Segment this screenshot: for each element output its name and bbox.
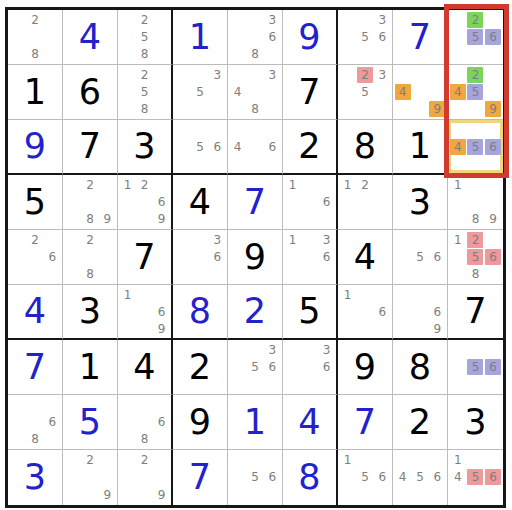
candidate-slot-5 xyxy=(136,469,153,487)
cell-r3c5[interactable]: 46 xyxy=(228,120,283,175)
cell-r8c5[interactable]: 1 xyxy=(228,395,283,450)
candidate-5-purple[interactable]: 5 xyxy=(467,29,483,45)
candidate-6-pink[interactable]: 6 xyxy=(485,249,501,265)
candidate-6-purple[interactable]: 6 xyxy=(485,359,501,375)
candidate-slot-7 xyxy=(394,320,411,337)
candidate-5-purple[interactable]: 5 xyxy=(467,139,483,155)
cell-r4c4[interactable]: 4 xyxy=(173,175,228,230)
cell-r7c3[interactable]: 4 xyxy=(118,340,173,395)
cell-r6c1[interactable]: 4 xyxy=(8,285,63,340)
candidate-slot-8 xyxy=(301,211,318,228)
cell-r7c7[interactable]: 9 xyxy=(338,340,393,395)
candidate-slot-5 xyxy=(246,83,263,100)
candidate-slot-4 xyxy=(9,248,26,265)
candidate-2[interactable]: 2 xyxy=(82,177,98,193)
candidate-3[interactable]: 3 xyxy=(264,67,280,83)
candidate-9-orange[interactable]: 9 xyxy=(485,101,501,117)
cell-r4c3[interactable]: 1269 xyxy=(118,175,173,230)
candidate-slot-3 xyxy=(44,11,61,28)
candidate-8[interactable]: 8 xyxy=(82,266,98,282)
cell-r6c7[interactable]: 16 xyxy=(338,285,393,340)
candidates-grid: 1456 xyxy=(449,451,502,504)
cell-r7c2[interactable]: 1 xyxy=(63,340,118,395)
candidate-6[interactable]: 6 xyxy=(44,249,60,265)
candidate-8[interactable]: 8 xyxy=(467,266,483,282)
cell-r3c7[interactable]: 8 xyxy=(338,120,393,175)
candidate-slot-6: 6 xyxy=(153,413,170,430)
cell-r5c4[interactable]: 36 xyxy=(173,230,228,285)
candidate-2-green[interactable]: 2 xyxy=(467,67,483,83)
cell-r5c3[interactable]: 7 xyxy=(118,230,173,285)
cell-r9c1[interactable]: 3 xyxy=(8,450,63,505)
candidate-3[interactable]: 3 xyxy=(264,12,280,28)
cell-r4c2[interactable]: 289 xyxy=(63,175,118,230)
candidates-grid: 29 xyxy=(64,451,116,504)
candidate-1[interactable]: 1 xyxy=(120,287,136,303)
candidate-5[interactable]: 5 xyxy=(412,249,428,265)
candidate-slot-4 xyxy=(174,138,191,155)
candidate-slot-1 xyxy=(9,231,26,248)
cell-r1c2[interactable]: 4 xyxy=(63,10,118,65)
cell-r6c9[interactable]: 7 xyxy=(448,285,503,340)
candidate-3[interactable]: 3 xyxy=(319,232,335,248)
candidate-9-orange[interactable]: 9 xyxy=(429,101,445,117)
solved-digit: 8 xyxy=(298,460,320,495)
candidate-6[interactable]: 6 xyxy=(154,194,170,210)
candidate-9[interactable]: 9 xyxy=(99,211,115,227)
candidate-slot-1 xyxy=(174,66,191,83)
cell-r7c8[interactable]: 8 xyxy=(393,340,448,395)
candidate-slot-4 xyxy=(119,83,136,100)
candidate-9[interactable]: 9 xyxy=(429,321,445,337)
candidate-4[interactable]: 4 xyxy=(230,84,246,100)
cell-r2c1[interactable]: 1 xyxy=(8,65,63,120)
candidate-slot-3: 3 xyxy=(209,66,226,83)
cell-r7c6[interactable]: 36 xyxy=(283,340,338,395)
cell-r9c2[interactable]: 29 xyxy=(63,450,118,505)
candidate-slot-8 xyxy=(411,101,428,118)
sudoku-board: 2842581368935672561625835348723549245997… xyxy=(5,7,506,508)
candidates-grid: 69 xyxy=(394,286,446,337)
candidate-9[interactable]: 9 xyxy=(485,211,501,227)
candidate-slot-4 xyxy=(229,358,246,375)
candidate-slot-9: 9 xyxy=(99,486,116,504)
candidate-9[interactable]: 9 xyxy=(154,487,170,503)
candidate-5[interactable]: 5 xyxy=(412,469,428,485)
candidate-4-orange[interactable]: 4 xyxy=(450,84,466,100)
cell-r1c5[interactable]: 368 xyxy=(228,10,283,65)
candidate-slot-4 xyxy=(119,28,136,45)
candidate-2[interactable]: 2 xyxy=(357,177,373,193)
candidate-slot-5 xyxy=(191,248,208,265)
candidate-8[interactable]: 8 xyxy=(137,431,153,447)
cell-r8c3[interactable]: 68 xyxy=(118,395,173,450)
cell-r2c7[interactable]: 235 xyxy=(338,65,393,120)
candidate-slot-5: 5 xyxy=(246,469,263,487)
candidate-slot-1: 1 xyxy=(339,176,356,193)
candidate-slot-5 xyxy=(246,138,263,155)
candidate-6[interactable]: 6 xyxy=(374,29,390,45)
candidate-slot-4: 4 xyxy=(394,83,411,100)
cell-r2c4[interactable]: 35 xyxy=(173,65,228,120)
cell-r1c6[interactable]: 9 xyxy=(283,10,338,65)
candidate-6-purple[interactable]: 6 xyxy=(485,139,501,155)
candidate-6[interactable]: 6 xyxy=(429,249,445,265)
candidate-6[interactable]: 6 xyxy=(319,359,335,375)
candidate-8[interactable]: 8 xyxy=(137,46,153,62)
candidate-2[interactable]: 2 xyxy=(137,12,153,28)
candidate-slot-9 xyxy=(374,320,391,337)
cell-r3c4[interactable]: 56 xyxy=(173,120,228,175)
candidates-grid: 235 xyxy=(339,66,391,118)
candidate-2[interactable]: 2 xyxy=(82,232,98,248)
candidate-slot-5: 5 xyxy=(191,83,208,100)
candidate-9[interactable]: 9 xyxy=(154,211,170,227)
candidate-slot-7 xyxy=(174,266,191,283)
cell-r6c8[interactable]: 69 xyxy=(393,285,448,340)
cell-r5c5[interactable]: 9 xyxy=(228,230,283,285)
candidate-1[interactable]: 1 xyxy=(450,232,466,248)
candidate-slot-4: 4 xyxy=(229,83,246,100)
candidate-4-orange[interactable]: 4 xyxy=(450,139,466,155)
candidate-4[interactable]: 4 xyxy=(395,469,411,485)
candidate-slot-3 xyxy=(99,176,116,193)
candidate-slot-8: 8 xyxy=(467,266,485,283)
candidate-slot-1: 1 xyxy=(449,451,467,469)
candidate-slot-1 xyxy=(284,341,301,358)
candidate-slot-3 xyxy=(153,11,170,28)
candidate-6[interactable]: 6 xyxy=(154,414,170,430)
candidate-slot-1 xyxy=(119,11,136,28)
cell-r1c8[interactable]: 7 xyxy=(393,10,448,65)
cell-r3c3[interactable]: 3 xyxy=(118,120,173,175)
candidate-slot-7 xyxy=(119,211,136,228)
candidate-6[interactable]: 6 xyxy=(319,194,335,210)
cell-r5c6[interactable]: 136 xyxy=(283,230,338,285)
candidate-slot-8 xyxy=(467,101,485,118)
candidate-slot-5 xyxy=(136,193,153,210)
candidate-6[interactable]: 6 xyxy=(209,249,225,265)
cell-r2c2[interactable]: 6 xyxy=(63,65,118,120)
candidate-3[interactable]: 3 xyxy=(319,342,335,358)
candidate-2-green[interactable]: 2 xyxy=(467,12,483,28)
cell-r6c3[interactable]: 169 xyxy=(118,285,173,340)
candidate-5[interactable]: 5 xyxy=(247,469,263,485)
cell-r2c8[interactable]: 49 xyxy=(393,65,448,120)
candidate-8[interactable]: 8 xyxy=(82,211,98,227)
candidate-2[interactable]: 2 xyxy=(82,452,98,468)
candidate-slot-4 xyxy=(229,469,246,487)
candidate-slot-2 xyxy=(246,11,263,28)
cell-r7c9[interactable]: 56 xyxy=(448,340,503,395)
candidate-5[interactable]: 5 xyxy=(357,29,373,45)
candidate-slot-7 xyxy=(449,266,467,283)
candidate-3[interactable]: 3 xyxy=(209,232,225,248)
candidate-slot-6: 6 xyxy=(484,138,502,155)
candidate-slot-2 xyxy=(467,451,485,469)
candidate-6[interactable]: 6 xyxy=(429,304,445,320)
candidate-slot-9 xyxy=(44,266,61,283)
candidate-2[interactable]: 2 xyxy=(137,452,153,468)
solved-digit: 3 xyxy=(24,460,46,495)
candidate-slot-3 xyxy=(153,66,170,83)
cell-r5c2[interactable]: 28 xyxy=(63,230,118,285)
candidate-1[interactable]: 1 xyxy=(340,177,356,193)
candidate-6[interactable]: 6 xyxy=(374,469,390,485)
candidate-slot-5 xyxy=(301,358,318,375)
given-digit: 3 xyxy=(464,405,486,440)
candidate-9[interactable]: 9 xyxy=(154,321,170,337)
candidate-1[interactable]: 1 xyxy=(285,177,301,193)
candidate-slot-9 xyxy=(374,211,391,228)
candidate-slot-8 xyxy=(246,155,263,172)
candidate-8[interactable]: 8 xyxy=(247,46,263,62)
candidate-5[interactable]: 5 xyxy=(137,84,153,100)
given-digit: 5 xyxy=(24,185,46,220)
cell-r4c5[interactable]: 7 xyxy=(228,175,283,230)
candidate-2[interactable]: 2 xyxy=(137,177,153,193)
candidate-1[interactable]: 1 xyxy=(340,452,356,468)
cell-r8c7[interactable]: 7 xyxy=(338,395,393,450)
candidates-grid: 12 xyxy=(339,176,391,228)
candidate-5-purple[interactable]: 5 xyxy=(467,84,483,100)
candidate-slot-2: 2 xyxy=(356,176,373,193)
candidates-grid: 289 xyxy=(64,176,116,228)
given-digit: 7 xyxy=(298,75,320,110)
candidate-slot-6: 6 xyxy=(484,28,502,45)
candidate-6[interactable]: 6 xyxy=(374,304,390,320)
cell-r8c8[interactable]: 2 xyxy=(393,395,448,450)
cell-r3c1[interactable]: 9 xyxy=(8,120,63,175)
cell-r6c4[interactable]: 8 xyxy=(173,285,228,340)
cell-r1c1[interactable]: 28 xyxy=(8,10,63,65)
candidate-1[interactable]: 1 xyxy=(340,287,356,303)
candidates-grid: 29 xyxy=(119,451,170,504)
cell-r8c6[interactable]: 4 xyxy=(283,395,338,450)
candidate-slot-4 xyxy=(284,193,301,210)
cell-r3c9[interactable]: 456 xyxy=(448,120,503,175)
cell-r8c2[interactable]: 5 xyxy=(63,395,118,450)
candidate-6[interactable]: 6 xyxy=(264,359,280,375)
candidate-4[interactable]: 4 xyxy=(230,139,246,155)
candidate-slot-3 xyxy=(484,231,502,248)
cell-r9c5[interactable]: 56 xyxy=(228,450,283,505)
cell-r1c9[interactable]: 256 xyxy=(448,10,503,65)
cell-r1c4[interactable]: 1 xyxy=(173,10,228,65)
candidate-slot-4 xyxy=(394,303,411,320)
candidate-slot-1: 1 xyxy=(119,286,136,303)
candidate-1[interactable]: 1 xyxy=(285,232,301,248)
candidate-6[interactable]: 6 xyxy=(264,469,280,485)
candidate-slot-2 xyxy=(356,11,373,28)
cell-r9c9[interactable]: 1456 xyxy=(448,450,503,505)
candidate-slot-3 xyxy=(484,121,502,138)
candidate-slot-7 xyxy=(229,155,246,172)
candidate-slot-5 xyxy=(26,28,43,45)
candidate-slot-1 xyxy=(229,341,246,358)
candidate-slot-8 xyxy=(246,376,263,393)
candidate-slot-3 xyxy=(99,451,116,469)
cell-r5c7[interactable]: 4 xyxy=(338,230,393,285)
candidate-5[interactable]: 5 xyxy=(192,84,208,100)
candidate-slot-8 xyxy=(301,266,318,283)
candidate-2[interactable]: 2 xyxy=(27,12,43,28)
candidate-8[interactable]: 8 xyxy=(27,46,43,62)
candidate-6[interactable]: 6 xyxy=(264,29,280,45)
candidate-slot-5 xyxy=(136,413,153,430)
candidate-slot-6: 6 xyxy=(374,303,391,320)
candidate-5-pink[interactable]: 5 xyxy=(467,469,483,485)
cell-r2c9[interactable]: 2459 xyxy=(448,65,503,120)
candidates-grid: 46 xyxy=(229,121,281,172)
candidates-grid: 49 xyxy=(394,66,446,118)
candidate-slot-6 xyxy=(429,83,446,100)
cell-r2c3[interactable]: 258 xyxy=(118,65,173,120)
cell-r5c8[interactable]: 56 xyxy=(393,230,448,285)
candidate-6[interactable]: 6 xyxy=(44,414,60,430)
candidate-slot-9 xyxy=(153,431,170,448)
candidate-slot-9 xyxy=(374,46,391,63)
candidate-slot-5 xyxy=(81,193,98,210)
candidate-5-purple[interactable]: 5 xyxy=(467,359,483,375)
candidate-5[interactable]: 5 xyxy=(357,469,373,485)
candidate-slot-3: 3 xyxy=(374,66,391,83)
candidate-slot-1 xyxy=(119,396,136,413)
cell-r5c9[interactable]: 12568 xyxy=(448,230,503,285)
candidate-5[interactable]: 5 xyxy=(137,29,153,45)
cell-r2c6[interactable]: 7 xyxy=(283,65,338,120)
candidate-slot-1 xyxy=(64,231,81,248)
cell-r9c8[interactable]: 456 xyxy=(393,450,448,505)
cell-r8c4[interactable]: 9 xyxy=(173,395,228,450)
cell-r9c6[interactable]: 8 xyxy=(283,450,338,505)
candidate-6[interactable]: 6 xyxy=(319,249,335,265)
candidate-slot-7 xyxy=(64,266,81,283)
candidate-8[interactable]: 8 xyxy=(27,431,43,447)
candidate-slot-2: 2 xyxy=(26,11,43,28)
cell-r4c7[interactable]: 12 xyxy=(338,175,393,230)
candidate-6[interactable]: 6 xyxy=(209,139,225,155)
cell-r7c1[interactable]: 7 xyxy=(8,340,63,395)
cell-r3c2[interactable]: 7 xyxy=(63,120,118,175)
cell-r6c5[interactable]: 2 xyxy=(228,285,283,340)
candidate-6[interactable]: 6 xyxy=(429,469,445,485)
cell-r4c9[interactable]: 189 xyxy=(448,175,503,230)
cell-r9c3[interactable]: 29 xyxy=(118,450,173,505)
cell-r5c1[interactable]: 26 xyxy=(8,230,63,285)
given-digit: 9 xyxy=(244,240,266,275)
candidate-slot-4: 4 xyxy=(394,469,411,487)
candidate-3[interactable]: 3 xyxy=(374,67,390,83)
candidate-slot-4 xyxy=(9,28,26,45)
cell-r1c7[interactable]: 356 xyxy=(338,10,393,65)
candidate-slot-3 xyxy=(318,176,335,193)
candidate-slot-7 xyxy=(339,211,356,228)
cell-r7c5[interactable]: 356 xyxy=(228,340,283,395)
candidate-slot-3: 3 xyxy=(264,66,281,83)
cell-r4c1[interactable]: 5 xyxy=(8,175,63,230)
candidate-5[interactable]: 5 xyxy=(357,84,373,100)
candidates-grid: 356 xyxy=(339,11,391,63)
candidate-8[interactable]: 8 xyxy=(467,211,483,227)
cell-r4c6[interactable]: 16 xyxy=(283,175,338,230)
candidate-slot-9: 9 xyxy=(153,211,170,228)
candidate-1[interactable]: 1 xyxy=(120,177,136,193)
candidate-5-pink[interactable]: 5 xyxy=(467,249,483,265)
candidate-slot-8 xyxy=(356,320,373,337)
candidates-grid: 456 xyxy=(449,121,502,172)
candidate-slot-6: 6 xyxy=(264,28,281,45)
cell-r9c7[interactable]: 156 xyxy=(338,450,393,505)
candidate-3[interactable]: 3 xyxy=(209,67,225,83)
candidate-slot-9 xyxy=(264,101,281,118)
cell-r7c4[interactable]: 2 xyxy=(173,340,228,395)
candidate-slot-2 xyxy=(301,341,318,358)
cell-r3c6[interactable]: 2 xyxy=(283,120,338,175)
candidate-2-pink[interactable]: 2 xyxy=(467,232,483,248)
candidate-slot-4: 4 xyxy=(449,83,467,100)
candidate-slot-7 xyxy=(229,101,246,118)
cell-r9c4[interactable]: 7 xyxy=(173,450,228,505)
candidate-slot-6: 6 xyxy=(44,248,61,265)
candidate-5[interactable]: 5 xyxy=(192,139,208,155)
cell-r8c1[interactable]: 68 xyxy=(8,395,63,450)
candidate-5[interactable]: 5 xyxy=(247,359,263,375)
cell-r6c2[interactable]: 3 xyxy=(63,285,118,340)
candidate-2[interactable]: 2 xyxy=(137,67,153,83)
candidate-slot-2 xyxy=(136,396,153,413)
candidate-6-pink[interactable]: 6 xyxy=(485,469,501,485)
cell-r2c5[interactable]: 348 xyxy=(228,65,283,120)
candidate-8[interactable]: 8 xyxy=(137,101,153,117)
candidate-slot-3: 3 xyxy=(318,341,335,358)
candidate-slot-5 xyxy=(356,303,373,320)
candidate-6[interactable]: 6 xyxy=(154,304,170,320)
cell-r8c9[interactable]: 3 xyxy=(448,395,503,450)
candidate-3[interactable]: 3 xyxy=(264,342,280,358)
candidate-slot-1 xyxy=(339,11,356,28)
candidate-8[interactable]: 8 xyxy=(247,101,263,117)
candidate-1[interactable]: 1 xyxy=(450,177,466,193)
candidate-slot-3 xyxy=(153,286,170,303)
cell-r3c8[interactable]: 1 xyxy=(393,120,448,175)
candidate-slot-1: 1 xyxy=(339,451,356,469)
candidate-slot-3: 3 xyxy=(209,231,226,248)
candidate-1[interactable]: 1 xyxy=(450,452,466,468)
cell-r6c6[interactable]: 5 xyxy=(283,285,338,340)
cell-r1c3[interactable]: 258 xyxy=(118,10,173,65)
candidate-6[interactable]: 6 xyxy=(264,139,280,155)
candidate-slot-8 xyxy=(191,101,208,118)
candidate-2[interactable]: 2 xyxy=(27,232,43,248)
candidate-slot-4 xyxy=(449,28,467,45)
candidate-slot-2: 2 xyxy=(467,11,485,28)
candidate-slot-7 xyxy=(229,376,246,393)
candidate-6-purple[interactable]: 6 xyxy=(485,29,501,45)
candidate-slot-8: 8 xyxy=(26,431,43,448)
candidate-slot-2 xyxy=(356,451,373,469)
candidate-4[interactable]: 4 xyxy=(450,469,466,485)
candidate-slot-2 xyxy=(246,341,263,358)
candidate-3[interactable]: 3 xyxy=(374,12,390,28)
cell-r4c8[interactable]: 3 xyxy=(393,175,448,230)
candidate-2-pink[interactable]: 2 xyxy=(357,67,373,83)
candidate-9[interactable]: 9 xyxy=(99,487,115,503)
candidates-grid: 348 xyxy=(229,66,281,118)
candidate-4-orange[interactable]: 4 xyxy=(395,84,411,100)
candidate-slot-1: 1 xyxy=(449,176,467,193)
candidate-slot-3 xyxy=(429,66,446,83)
